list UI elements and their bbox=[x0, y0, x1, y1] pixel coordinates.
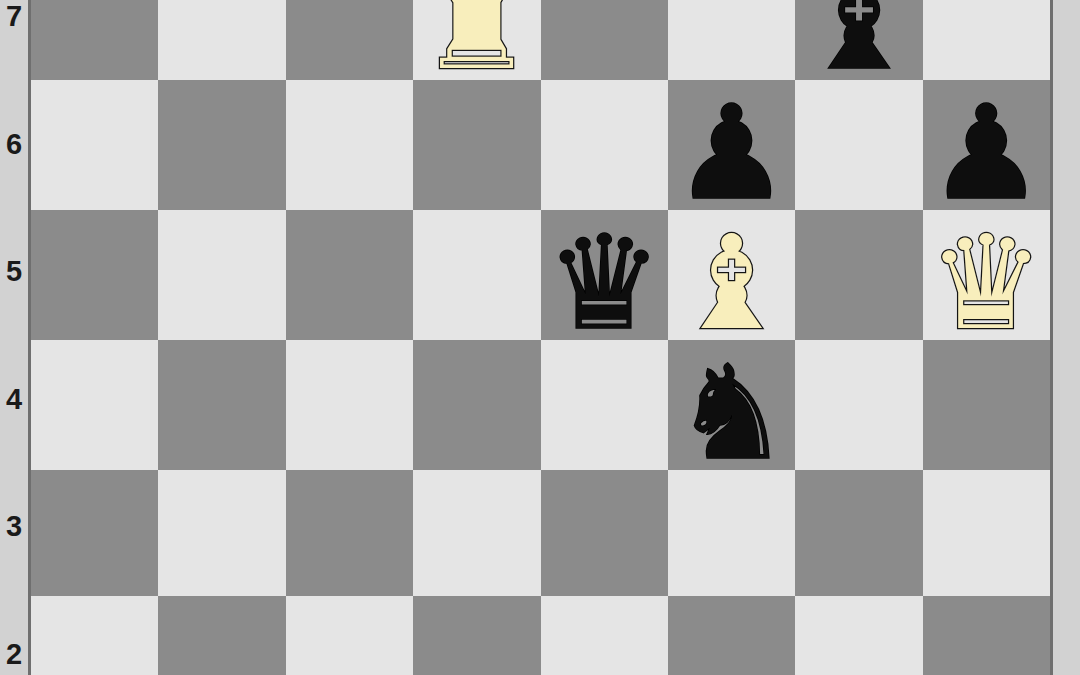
square-b6[interactable] bbox=[158, 80, 285, 210]
square-f3[interactable] bbox=[668, 470, 795, 595]
rank-cell-7: 7 bbox=[0, 0, 28, 80]
piece-black-knight-f4[interactable]: ♞ bbox=[673, 348, 790, 478]
piece-black-queen-e5[interactable]: ♛ bbox=[546, 218, 663, 348]
square-c3[interactable] bbox=[286, 470, 413, 595]
square-h4[interactable] bbox=[923, 340, 1050, 470]
rank-cell-3: 3 bbox=[0, 463, 28, 591]
square-f4[interactable]: ♞ bbox=[668, 340, 795, 470]
piece-white-bishop-f5[interactable]: ♝ bbox=[673, 218, 790, 348]
square-a3[interactable] bbox=[31, 470, 158, 595]
square-g5[interactable] bbox=[795, 210, 922, 340]
square-c5[interactable] bbox=[286, 210, 413, 340]
piece-black-bishop-g7[interactable]: ♝ bbox=[801, 0, 918, 88]
square-b4[interactable] bbox=[158, 340, 285, 470]
square-d7[interactable]: ♜ bbox=[413, 0, 540, 80]
square-c6[interactable] bbox=[286, 80, 413, 210]
square-c4[interactable] bbox=[286, 340, 413, 470]
square-d5[interactable] bbox=[413, 210, 540, 340]
piece-white-rook-d7[interactable]: ♜ bbox=[419, 0, 536, 88]
square-h6[interactable]: ♟ bbox=[923, 80, 1050, 210]
square-h3[interactable] bbox=[923, 470, 1050, 595]
rank-label-5: 5 bbox=[6, 255, 22, 288]
square-a7[interactable] bbox=[31, 0, 158, 80]
square-c2[interactable] bbox=[286, 596, 413, 675]
square-d4[interactable] bbox=[413, 340, 540, 470]
rank-label-2: 2 bbox=[6, 638, 22, 671]
square-d6[interactable] bbox=[413, 80, 540, 210]
square-b7[interactable] bbox=[158, 0, 285, 80]
square-g3[interactable] bbox=[795, 470, 922, 595]
square-e5[interactable]: ♛ bbox=[541, 210, 668, 340]
piece-white-queen-h5[interactable]: ♛ bbox=[928, 218, 1045, 348]
square-g6[interactable] bbox=[795, 80, 922, 210]
square-e7[interactable] bbox=[541, 0, 668, 80]
square-g4[interactable] bbox=[795, 340, 922, 470]
square-a4[interactable] bbox=[31, 340, 158, 470]
square-d2[interactable] bbox=[413, 596, 540, 675]
square-b3[interactable] bbox=[158, 470, 285, 595]
square-f7[interactable] bbox=[668, 0, 795, 80]
square-h7[interactable] bbox=[923, 0, 1050, 80]
chess-diagram-viewport: ♜♝♟♟♛♝♛♞ 87654321 bbox=[0, 0, 1080, 675]
square-e4[interactable] bbox=[541, 340, 668, 470]
rank-cell-6: 6 bbox=[0, 80, 28, 208]
square-c7[interactable] bbox=[286, 0, 413, 80]
square-b2[interactable] bbox=[158, 596, 285, 675]
square-a6[interactable] bbox=[31, 80, 158, 210]
rank-cell-5: 5 bbox=[0, 208, 28, 336]
rank-label-7: 7 bbox=[6, 0, 22, 33]
square-f5[interactable]: ♝ bbox=[668, 210, 795, 340]
piece-black-pawn-h6[interactable]: ♟ bbox=[928, 88, 1045, 218]
square-a2[interactable] bbox=[31, 596, 158, 675]
rank-label-4: 4 bbox=[6, 383, 22, 416]
square-g2[interactable] bbox=[795, 596, 922, 675]
square-f2[interactable] bbox=[668, 596, 795, 675]
chess-board: ♜♝♟♟♛♝♛♞ bbox=[31, 0, 1050, 675]
square-h5[interactable]: ♛ bbox=[923, 210, 1050, 340]
square-e2[interactable] bbox=[541, 596, 668, 675]
square-h2[interactable] bbox=[923, 596, 1050, 675]
square-a5[interactable] bbox=[31, 210, 158, 340]
board-right-edge-line bbox=[1050, 0, 1053, 675]
square-e6[interactable] bbox=[541, 80, 668, 210]
square-e3[interactable] bbox=[541, 470, 668, 595]
right-border-strip bbox=[1053, 0, 1080, 675]
square-d3[interactable] bbox=[413, 470, 540, 595]
rank-label-6: 6 bbox=[6, 128, 22, 161]
square-g7[interactable]: ♝ bbox=[795, 0, 922, 80]
square-f6[interactable]: ♟ bbox=[668, 80, 795, 210]
rank-coordinate-strip: 87654321 bbox=[0, 0, 28, 675]
rank-cell-4: 4 bbox=[0, 336, 28, 464]
rank-cell-2: 2 bbox=[0, 591, 28, 675]
rank-label-3: 3 bbox=[6, 510, 22, 543]
piece-black-pawn-f6[interactable]: ♟ bbox=[673, 88, 790, 218]
square-b5[interactable] bbox=[158, 210, 285, 340]
